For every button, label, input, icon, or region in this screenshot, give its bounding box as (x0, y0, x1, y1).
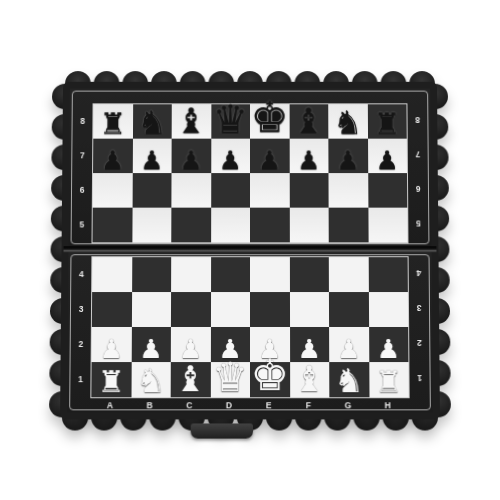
rank-labels-left-bottom: 4321 (71, 256, 90, 396)
square-d1: ♛ (210, 362, 250, 397)
square-g6 (328, 173, 367, 208)
piece-white-pawn-d2: ♟ (219, 336, 242, 362)
rank-label-8: 8 (73, 103, 91, 137)
rank-labels-left-top: 8765 (73, 103, 92, 241)
square-h2: ♟ (369, 327, 409, 362)
square-b3 (131, 292, 171, 327)
square-a8: ♜ (93, 104, 132, 138)
piece-black-knight-g8: ♞ (333, 106, 362, 138)
piece-black-pawn-f7: ♟ (297, 147, 320, 173)
square-g8: ♞ (328, 104, 367, 138)
file-label-a: A (90, 398, 130, 411)
piece-black-pawn-a7: ♟ (101, 147, 124, 173)
file-label-b: B (130, 398, 170, 411)
rank-labels-right-bottom: 4321 (410, 256, 429, 396)
piece-black-rook-a8: ♜ (100, 109, 127, 138)
square-b4 (132, 257, 172, 292)
rank-label-2: 2 (72, 326, 90, 361)
chess-set-scene: 8765 8765 ♜♞♝♛♚♝♞♜♟♟♟♟♟♟♟♟ 4321 4321 ♟♟♟… (0, 5, 500, 500)
piece-black-knight-b8: ♞ (137, 106, 166, 138)
square-c7: ♟ (172, 139, 211, 173)
square-g5 (329, 208, 369, 243)
square-d2: ♟ (210, 327, 250, 362)
square-a3 (92, 292, 132, 327)
square-h1: ♜ (369, 362, 409, 397)
square-e2: ♟ (250, 327, 290, 362)
file-label-c: C (170, 398, 210, 411)
piece-white-queen-d1: ♛ (212, 357, 248, 397)
square-e6 (250, 173, 289, 208)
square-h8: ♜ (367, 104, 406, 138)
piece-white-pawn-e2: ♟ (258, 336, 281, 362)
piece-black-pawn-g7: ♟ (336, 147, 359, 173)
file-label-d: D (209, 398, 249, 411)
square-b5 (132, 208, 172, 243)
square-a1: ♜ (91, 362, 131, 397)
piece-black-pawn-c7: ♟ (180, 147, 203, 173)
square-a7: ♟ (93, 139, 132, 173)
square-d8: ♛ (211, 104, 250, 138)
square-f6 (289, 173, 328, 208)
square-d6 (211, 173, 250, 208)
square-e7: ♟ (250, 139, 289, 173)
piece-white-bishop-f1: ♝ (294, 362, 326, 397)
square-a6 (93, 173, 133, 208)
rank-label-5: 5 (409, 207, 427, 242)
piece-white-pawn-a2: ♟ (100, 336, 124, 362)
rank-label-2: 2 (410, 326, 428, 361)
piece-black-bishop-c8: ♝ (176, 104, 207, 138)
square-a4 (92, 257, 132, 292)
hinge-seam (64, 246, 437, 252)
square-e8: ♚ (250, 104, 289, 138)
rank-label-3: 3 (72, 291, 90, 326)
file-labels-bottom: ABCDEFGH (90, 398, 408, 411)
square-h7: ♟ (368, 139, 407, 173)
rank-label-4: 4 (410, 256, 428, 291)
rank-label-5: 5 (73, 207, 91, 242)
square-g2: ♟ (329, 327, 369, 362)
piece-black-bishop-f8: ♝ (293, 104, 324, 138)
product-photo-canvas: 8765 8765 ♜♞♝♛♚♝♞♜♟♟♟♟♟♟♟♟ 4321 4321 ♟♟♟… (0, 0, 500, 500)
piece-white-knight-b1: ♞ (136, 364, 166, 397)
piece-black-pawn-e7: ♟ (258, 147, 281, 173)
piece-white-pawn-f2: ♟ (298, 336, 321, 362)
square-e4 (250, 257, 289, 292)
file-label-h: H (368, 398, 408, 411)
board-top-half: 8765 8765 ♜♞♝♛♚♝♞♜♟♟♟♟♟♟♟♟ (69, 89, 432, 247)
square-d7: ♟ (211, 139, 250, 173)
square-d4 (211, 257, 250, 292)
square-c2: ♟ (171, 327, 211, 362)
piece-black-rook-h8: ♜ (374, 109, 401, 138)
rank-label-1: 1 (71, 361, 89, 396)
square-e1: ♚ (250, 362, 290, 397)
square-c1: ♝ (171, 362, 211, 397)
square-b8: ♞ (132, 104, 171, 138)
piece-black-pawn-h7: ♟ (376, 147, 399, 173)
file-label-f: F (289, 398, 329, 411)
rank-label-6: 6 (409, 172, 427, 207)
rank-labels-right-top: 8765 (408, 103, 427, 241)
rank-label-1: 1 (410, 361, 428, 396)
square-c5 (171, 208, 210, 243)
square-h5 (368, 208, 408, 243)
piece-black-king-e8: ♚ (250, 96, 288, 138)
square-e5 (250, 208, 289, 243)
square-f8: ♝ (289, 104, 328, 138)
square-a2: ♟ (92, 327, 132, 362)
square-h3 (368, 292, 408, 327)
square-e3 (250, 292, 290, 327)
square-c4 (171, 257, 211, 292)
square-f5 (289, 208, 328, 243)
rank-label-7: 7 (73, 138, 91, 172)
rank-label-3: 3 (410, 291, 428, 326)
board-bottom-half: 4321 4321 ♟♟♟♟♟♟♟♟♜♞♝♛♚♝♞♜ ABCDEFGH (67, 252, 433, 412)
piece-white-pawn-b2: ♟ (139, 336, 162, 362)
board-grid-top: ♜♞♝♛♚♝♞♜♟♟♟♟♟♟♟♟ (92, 103, 409, 243)
piece-white-pawn-g2: ♟ (337, 336, 360, 362)
square-g3 (329, 292, 369, 327)
file-label-e: E (249, 398, 289, 411)
piece-white-rook-h1: ♜ (375, 367, 402, 397)
piece-black-pawn-d7: ♟ (219, 147, 242, 173)
piece-white-rook-a1: ♜ (98, 367, 125, 397)
square-b7: ♟ (132, 139, 171, 173)
clasp-tab (191, 423, 253, 438)
square-g4 (329, 257, 369, 292)
rank-label-7: 7 (409, 138, 427, 172)
piece-black-pawn-b7: ♟ (140, 147, 163, 173)
square-c6 (171, 173, 210, 208)
piece-white-bishop-c1: ♝ (175, 362, 207, 397)
square-f2: ♟ (290, 327, 330, 362)
file-label-g: G (328, 398, 368, 411)
piece-white-pawn-h2: ♟ (377, 336, 401, 362)
rank-label-8: 8 (408, 103, 426, 137)
square-d3 (210, 292, 250, 327)
square-b2: ♟ (131, 327, 171, 362)
rank-label-6: 6 (73, 172, 91, 207)
square-c3 (171, 292, 211, 327)
rank-label-4: 4 (72, 256, 90, 291)
square-g7: ♟ (328, 139, 367, 173)
square-h4 (368, 257, 408, 292)
square-d5 (211, 208, 250, 243)
square-h6 (368, 173, 408, 208)
square-a5 (93, 208, 133, 243)
square-g1: ♞ (329, 362, 369, 397)
piece-white-knight-g1: ♞ (334, 364, 364, 397)
piece-white-pawn-c2: ♟ (179, 336, 202, 362)
square-f7: ♟ (289, 139, 328, 173)
square-b1: ♞ (131, 362, 171, 397)
square-f4 (289, 257, 329, 292)
square-f1: ♝ (290, 362, 330, 397)
square-f3 (289, 292, 329, 327)
board-grid-bottom: ♟♟♟♟♟♟♟♟♜♞♝♛♚♝♞♜ (90, 256, 409, 398)
piece-black-queen-d8: ♛ (213, 99, 249, 138)
square-b6 (132, 173, 171, 208)
square-c8: ♝ (172, 104, 211, 138)
folding-chess-case: 8765 8765 ♜♞♝♛♚♝♞♜♟♟♟♟♟♟♟♟ 4321 4321 ♟♟♟… (60, 82, 440, 420)
